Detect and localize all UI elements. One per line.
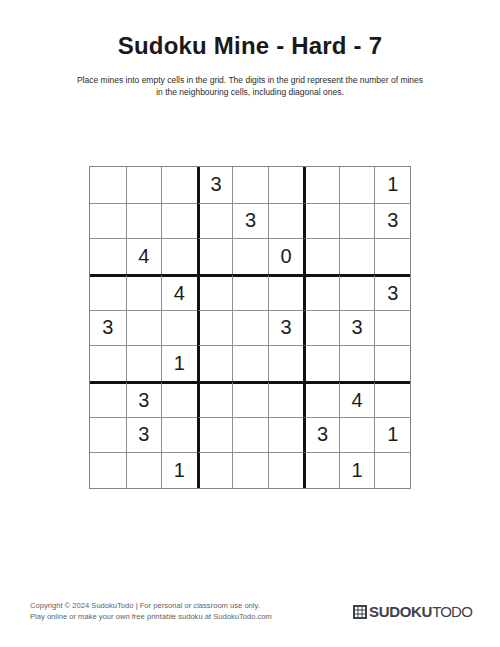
grid-cell-r1c3 [161, 167, 197, 203]
sudokutodo-logo: SUDOKUTODO [353, 603, 472, 620]
grid-cell-r4c3: 4 [161, 274, 197, 310]
grid-cell-r5c9 [374, 310, 410, 346]
grid-cell-r1c6 [268, 167, 304, 203]
grid-cell-r8c4 [197, 417, 233, 453]
sudoku-grid: 3133404333313433111 [89, 166, 411, 489]
grid-cell-r2c8 [339, 203, 375, 239]
grid-cell-r1c4: 3 [197, 167, 233, 203]
grid-cell-r9c5 [232, 452, 268, 488]
grid-cell-r5c1: 3 [90, 310, 126, 346]
page-title: Sudoku Mine - Hard - 7 [0, 32, 500, 60]
grid-cell-r1c8 [339, 167, 375, 203]
footer-text: Copyright © 2024 SudokuTodo | For person… [30, 600, 272, 623]
grid-cell-r4c8 [339, 274, 375, 310]
grid-cell-r7c7 [303, 381, 339, 417]
grid-cell-r2c3 [161, 203, 197, 239]
grid-cell-r3c9 [374, 238, 410, 274]
grid-cell-r8c1 [90, 417, 126, 453]
grid-cell-r6c8 [339, 345, 375, 381]
sudoku-grid-icon [353, 605, 367, 619]
grid-cell-r5c4 [197, 310, 233, 346]
grid-cell-r7c9 [374, 381, 410, 417]
grid-cell-r3c4 [197, 238, 233, 274]
grid-cell-r3c3 [161, 238, 197, 274]
play-online-line: Play online or make your own free printa… [30, 612, 272, 621]
grid-cell-r6c1 [90, 345, 126, 381]
grid-cell-r5c5 [232, 310, 268, 346]
grid-cell-r6c6 [268, 345, 304, 381]
grid-cell-r5c2 [126, 310, 162, 346]
grid-cell-r8c7: 3 [303, 417, 339, 453]
grid-cell-r5c7 [303, 310, 339, 346]
grid-cell-r8c8 [339, 417, 375, 453]
grid-cell-r4c1 [90, 274, 126, 310]
grid-cell-r8c9: 1 [374, 417, 410, 453]
grid-cell-r3c5 [232, 238, 268, 274]
grid-cell-r4c5 [232, 274, 268, 310]
grid-cell-r6c3: 1 [161, 345, 197, 381]
grid-cell-r6c2 [126, 345, 162, 381]
grid-cell-r1c2 [126, 167, 162, 203]
grid-cell-r3c8 [339, 238, 375, 274]
grid-cell-r5c3 [161, 310, 197, 346]
grid-cell-r6c4 [197, 345, 233, 381]
grid-cell-r2c5: 3 [232, 203, 268, 239]
grid-cell-r1c5 [232, 167, 268, 203]
grid-cell-r9c8: 1 [339, 452, 375, 488]
grid-cell-r7c3 [161, 381, 197, 417]
instructions-text: Place mines into empty cells in the grid… [40, 74, 460, 99]
instructions-line-2: in the neighbouring cells, including dia… [156, 87, 344, 97]
grid-cell-r9c4 [197, 452, 233, 488]
grid-cell-r7c1 [90, 381, 126, 417]
grid-cell-r5c6: 3 [268, 310, 304, 346]
grid-cell-r9c2 [126, 452, 162, 488]
logo-text-sudoku: SUDOKU [369, 603, 432, 620]
grid-cell-r9c9 [374, 452, 410, 488]
grid-cell-r3c7 [303, 238, 339, 274]
grid-cell-r1c9: 1 [374, 167, 410, 203]
grid-cell-r8c2: 3 [126, 417, 162, 453]
grid-cell-r7c6 [268, 381, 304, 417]
grid-cell-r8c3 [161, 417, 197, 453]
grid-cell-r6c9 [374, 345, 410, 381]
grid-cell-r9c6 [268, 452, 304, 488]
grid-cell-r1c7 [303, 167, 339, 203]
grid-cell-r2c7 [303, 203, 339, 239]
grid-cell-r2c6 [268, 203, 304, 239]
grid-cell-r9c7 [303, 452, 339, 488]
grid-cell-r3c2: 4 [126, 238, 162, 274]
grid-cell-r7c2: 3 [126, 381, 162, 417]
grid-cell-r4c2 [126, 274, 162, 310]
logo-text: SUDOKUTODO [369, 603, 472, 620]
grid-cell-r8c6 [268, 417, 304, 453]
grid-cell-r7c5 [232, 381, 268, 417]
grid-cell-r2c9: 3 [374, 203, 410, 239]
grid-cell-r8c5 [232, 417, 268, 453]
grid-cell-r2c2 [126, 203, 162, 239]
grid-cell-r1c1 [90, 167, 126, 203]
grid-cell-r4c9: 3 [374, 274, 410, 310]
grid-cell-r2c4 [197, 203, 233, 239]
grid-cell-r9c3: 1 [161, 452, 197, 488]
grid-cell-r5c8: 3 [339, 310, 375, 346]
grid-cell-r3c6: 0 [268, 238, 304, 274]
grid-cell-r9c1 [90, 452, 126, 488]
grid-cell-r6c7 [303, 345, 339, 381]
grid-cell-r4c7 [303, 274, 339, 310]
grid-cell-r4c4 [197, 274, 233, 310]
grid-cell-r4c6 [268, 274, 304, 310]
grid-cell-r2c1 [90, 203, 126, 239]
grid-cell-r6c5 [232, 345, 268, 381]
copyright-line: Copyright © 2024 SudokuTodo | For person… [30, 601, 260, 610]
grid-cell-r7c4 [197, 381, 233, 417]
grid-cell-r7c8: 4 [339, 381, 375, 417]
instructions-line-1: Place mines into empty cells in the grid… [77, 75, 423, 85]
grid-cell-r3c1 [90, 238, 126, 274]
logo-text-todo: TODO [432, 603, 472, 620]
